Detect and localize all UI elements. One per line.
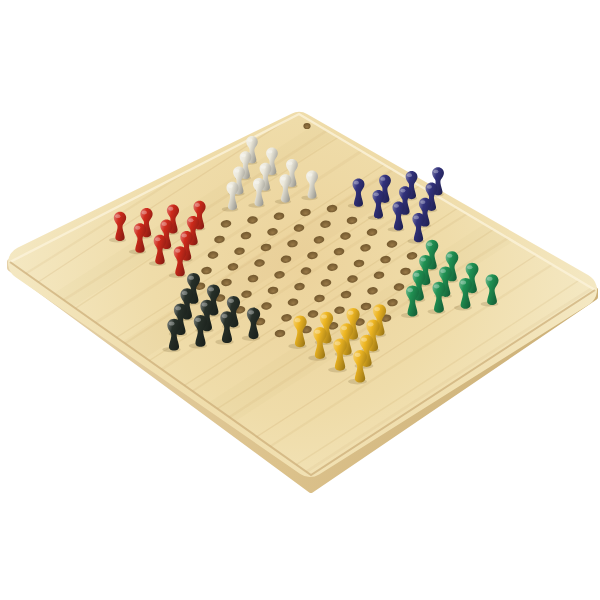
peg-highlight — [368, 322, 374, 326]
peg-highlight — [315, 330, 321, 334]
board-scene — [0, 0, 600, 600]
peg-highlight — [407, 173, 412, 177]
peg-highlight — [427, 185, 432, 189]
peg-highlight — [420, 200, 425, 204]
peg-highlight — [162, 222, 167, 226]
peg-highlight — [195, 203, 200, 207]
peg-highlight — [254, 180, 259, 184]
peg-highlight — [321, 314, 327, 318]
peg-highlight — [202, 302, 208, 306]
peg-highlight — [427, 242, 432, 246]
peg-highlight — [248, 310, 254, 314]
peg-highlight — [281, 177, 286, 181]
peg-highlight — [234, 169, 239, 173]
peg-highlight — [228, 299, 234, 303]
peg-highlight — [407, 288, 413, 292]
peg-highlight — [195, 318, 201, 322]
peg-highlight — [175, 249, 180, 253]
peg-highlight — [348, 311, 354, 315]
peg-highlight — [414, 215, 419, 219]
peg-highlight — [188, 276, 194, 280]
peg-highlight — [400, 189, 405, 193]
peg-highlight — [447, 254, 452, 258]
chinese-checkers-product-photo — [0, 0, 600, 600]
peg-highlight — [355, 353, 361, 357]
peg-highlight — [341, 326, 347, 330]
peg-highlight — [440, 269, 445, 273]
peg-highlight — [434, 284, 440, 288]
peg-highlight — [414, 273, 420, 277]
peg-highlight — [374, 307, 380, 311]
peg-highlight — [169, 321, 175, 325]
peg-highlight — [460, 281, 466, 285]
peg-highlight — [241, 154, 246, 158]
peg-highlight — [182, 291, 188, 295]
peg-highlight — [155, 237, 160, 241]
peg-highlight — [380, 177, 385, 181]
peg-highlight — [295, 318, 301, 322]
peg-highlight — [374, 192, 379, 196]
peg-highlight — [261, 165, 266, 169]
hang-hole — [303, 123, 310, 129]
peg-highlight — [142, 211, 147, 215]
peg-highlight — [228, 184, 233, 188]
peg-highlight — [168, 207, 173, 211]
board-top-face — [25, 129, 580, 460]
peg-highlight — [115, 214, 120, 218]
peg-highlight — [287, 161, 292, 165]
peg-highlight — [135, 226, 140, 230]
peg-highlight — [267, 150, 272, 154]
peg-highlight — [354, 181, 359, 185]
peg-highlight — [421, 257, 426, 261]
peg-highlight — [188, 218, 193, 222]
peg-highlight — [487, 277, 493, 281]
peg-highlight — [394, 204, 399, 208]
peg-highlight — [182, 234, 187, 238]
peg-highlight — [467, 265, 472, 269]
peg-highlight — [433, 170, 438, 174]
peg-highlight — [222, 314, 228, 318]
peg-highlight — [361, 337, 367, 341]
peg-highlight — [175, 306, 181, 310]
peg-highlight — [335, 341, 341, 345]
peg-highlight — [307, 173, 312, 177]
peg-highlight — [208, 287, 214, 291]
peg-highlight — [248, 138, 253, 142]
